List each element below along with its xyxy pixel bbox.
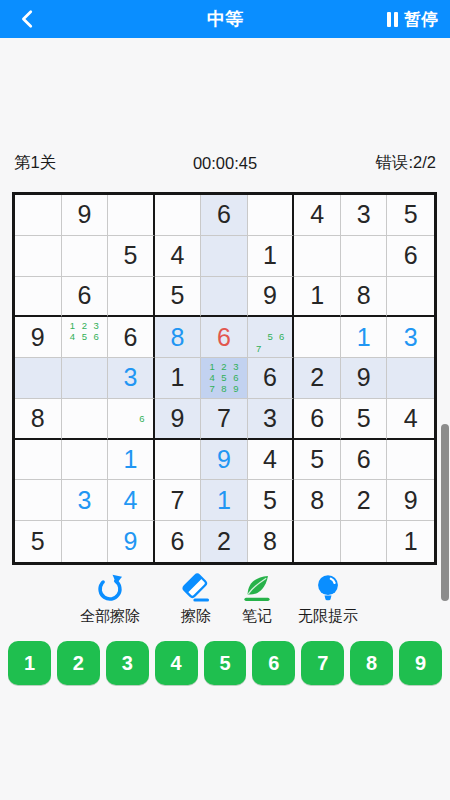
cell-digit: 9 [123, 529, 137, 554]
cell-r1c9[interactable]: 5 [387, 195, 434, 236]
cell-r3c5[interactable] [201, 277, 248, 318]
cell-r6c7[interactable]: 6 [294, 399, 341, 440]
cell-r6c4[interactable]: 9 [155, 399, 202, 440]
eraser-icon [181, 573, 211, 603]
cell-digit: 4 [123, 488, 137, 513]
cell-digit: 1 [310, 283, 324, 308]
cell-r7c4[interactable] [155, 440, 202, 481]
cell-r9c8[interactable] [341, 521, 388, 562]
cell-digit: 1 [263, 243, 277, 268]
cell-r3c8[interactable]: 8 [341, 277, 388, 318]
cell-r7c8[interactable]: 6 [341, 440, 388, 481]
cell-digit: 2 [217, 529, 231, 554]
cell-r4c3[interactable]: 6 [108, 317, 155, 358]
cell-r9c4[interactable]: 6 [155, 521, 202, 562]
cell-digit: 9 [357, 365, 371, 390]
cell-digit: 1 [170, 365, 184, 390]
cell-r7c1[interactable] [15, 440, 62, 481]
cell-digit: 3 [357, 202, 371, 227]
cell-notes: 567 [248, 317, 293, 357]
hint-button[interactable]: 无限提示 [288, 573, 368, 626]
numpad-button-8[interactable]: 8 [350, 641, 393, 685]
cell-r9c7[interactable] [294, 521, 341, 562]
cell-r6c5[interactable]: 7 [201, 399, 248, 440]
sudoku-grid: 9643554166591891234566865671331123456789… [12, 192, 437, 565]
scrollbar-thumb[interactable] [441, 424, 449, 601]
cell-r5c7[interactable]: 2 [294, 358, 341, 399]
cell-r2c9[interactable]: 6 [387, 236, 434, 277]
cell-r3c6[interactable]: 9 [248, 277, 295, 318]
cell-r4c4[interactable]: 8 [155, 317, 202, 358]
cell-digit: 6 [123, 325, 137, 350]
cell-digit: 9 [404, 488, 418, 513]
cell-digit: 7 [170, 488, 184, 513]
cell-r5c1[interactable] [15, 358, 62, 399]
cell-r3c3[interactable] [108, 277, 155, 318]
cell-r8c8[interactable]: 2 [341, 480, 388, 521]
cell-r1c2[interactable]: 9 [62, 195, 109, 236]
numpad-button-6[interactable]: 6 [252, 641, 295, 685]
cell-r5c9[interactable] [387, 358, 434, 399]
cell-r9c5[interactable]: 2 [201, 521, 248, 562]
cell-digit: 9 [77, 202, 91, 227]
cell-r3c2[interactable]: 6 [62, 277, 109, 318]
cell-digit: 3 [123, 365, 137, 390]
numpad-button-4[interactable]: 4 [155, 641, 198, 685]
numpad-button-9[interactable]: 9 [399, 641, 442, 685]
cell-r1c3[interactable] [108, 195, 155, 236]
cell-digit: 2 [357, 488, 371, 513]
cell-digit: 3 [263, 406, 277, 431]
cell-r1c1[interactable] [15, 195, 62, 236]
cell-digit: 3 [404, 325, 418, 350]
cell-digit: 2 [310, 365, 324, 390]
cell-r8c3[interactable]: 4 [108, 480, 155, 521]
pause-icon [387, 12, 398, 27]
cell-notes: 6 [108, 399, 153, 438]
cell-digit: 6 [310, 406, 324, 431]
cell-digit: 7 [217, 406, 231, 431]
cell-digit: 6 [404, 243, 418, 268]
cell-r8c9[interactable]: 9 [387, 480, 434, 521]
hint-bulb-icon [313, 573, 343, 603]
cell-r7c6[interactable]: 4 [248, 440, 295, 481]
cell-r8c7[interactable]: 8 [294, 480, 341, 521]
cell-digit: 6 [77, 283, 91, 308]
cell-r4c7[interactable] [294, 317, 341, 358]
cell-digit: 5 [170, 283, 184, 308]
cell-digit: 9 [217, 447, 231, 472]
cell-r8c2[interactable]: 3 [62, 480, 109, 521]
timer: 00:00:45 [14, 154, 436, 173]
cell-r3c1[interactable] [15, 277, 62, 318]
cell-digit: 5 [404, 202, 418, 227]
cell-r2c7[interactable] [294, 236, 341, 277]
cell-r2c2[interactable] [62, 236, 109, 277]
cell-r7c9[interactable] [387, 440, 434, 481]
cell-digit: 1 [123, 447, 137, 472]
erase-all-label: 全部擦除 [70, 607, 150, 626]
cell-digit: 5 [31, 529, 45, 554]
cell-r6c9[interactable]: 4 [387, 399, 434, 440]
cell-digit: 8 [310, 488, 324, 513]
cell-r4c9[interactable]: 3 [387, 317, 434, 358]
cell-digit: 8 [31, 406, 45, 431]
cell-r4c2[interactable]: 123456 [62, 317, 109, 358]
cell-digit: 5 [123, 243, 137, 268]
cell-digit: 9 [263, 283, 277, 308]
cell-r7c2[interactable] [62, 440, 109, 481]
notes-label: 笔记 [217, 607, 297, 626]
notes-button[interactable]: 笔记 [217, 573, 297, 626]
cell-r1c4[interactable] [155, 195, 202, 236]
cell-r8c5[interactable]: 1 [201, 480, 248, 521]
cell-r9c2[interactable] [62, 521, 109, 562]
cell-digit: 6 [170, 529, 184, 554]
pause-label: 暂停 [404, 8, 438, 31]
cell-notes: 123456789 [201, 358, 247, 398]
numpad-button-2[interactable]: 2 [57, 641, 100, 685]
cell-r4c5[interactable]: 6 [201, 317, 248, 358]
cell-r2c3[interactable]: 5 [108, 236, 155, 277]
cell-digit: 6 [217, 202, 231, 227]
cell-digit: 8 [170, 325, 184, 350]
cell-digit: 1 [404, 529, 418, 554]
cell-r7c7[interactable]: 5 [294, 440, 341, 481]
cell-r2c4[interactable]: 4 [155, 236, 202, 277]
cell-r9c1[interactable]: 5 [15, 521, 62, 562]
cell-digit: 4 [404, 406, 418, 431]
cell-r6c6[interactable]: 3 [248, 399, 295, 440]
cell-r7c3[interactable]: 1 [108, 440, 155, 481]
cell-r5c8[interactable]: 9 [341, 358, 388, 399]
app-bar: 中等 暂停 [0, 0, 450, 38]
cell-digit: 1 [217, 488, 231, 513]
cell-r8c4[interactable]: 7 [155, 480, 202, 521]
numpad-button-1[interactable]: 1 [8, 641, 51, 685]
cell-r5c6[interactable]: 6 [248, 358, 295, 399]
cell-digit: 5 [357, 406, 371, 431]
cell-r5c3[interactable]: 3 [108, 358, 155, 399]
numpad-button-3[interactable]: 3 [106, 641, 149, 685]
cell-digit: 6 [217, 325, 231, 350]
cell-digit: 4 [170, 243, 184, 268]
cell-r8c1[interactable] [15, 480, 62, 521]
cell-r4c6[interactable]: 567 [248, 317, 295, 358]
cell-r4c1[interactable]: 9 [15, 317, 62, 358]
cell-r3c4[interactable]: 5 [155, 277, 202, 318]
cell-r8c6[interactable]: 5 [248, 480, 295, 521]
erase-all-refresh-icon [95, 573, 125, 603]
numpad-button-5[interactable]: 5 [204, 641, 247, 685]
cell-r5c4[interactable]: 1 [155, 358, 202, 399]
hint-label: 无限提示 [288, 607, 368, 626]
cell-r6c1[interactable]: 8 [15, 399, 62, 440]
cell-digit: 9 [170, 406, 184, 431]
cell-r6c3[interactable]: 6 [108, 399, 155, 440]
cell-r2c5[interactable] [201, 236, 248, 277]
cell-digit: 5 [263, 488, 277, 513]
cell-r6c2[interactable] [62, 399, 109, 440]
notes-leaf-icon [242, 573, 272, 603]
cell-digit: 8 [357, 283, 371, 308]
cell-digit: 6 [357, 447, 371, 472]
cell-r3c9[interactable] [387, 277, 434, 318]
cell-r6c8[interactable]: 5 [341, 399, 388, 440]
cell-r1c6[interactable] [248, 195, 295, 236]
cell-digit: 3 [77, 488, 91, 513]
erase-all-button[interactable]: 全部擦除 [70, 573, 150, 626]
cell-r7c5[interactable]: 9 [201, 440, 248, 481]
page-title: 中等 [0, 0, 450, 38]
cell-digit: 6 [263, 365, 277, 390]
cell-r1c7[interactable]: 4 [294, 195, 341, 236]
cell-digit: 5 [310, 447, 324, 472]
cell-r2c8[interactable] [341, 236, 388, 277]
cell-r5c2[interactable] [62, 358, 109, 399]
cell-r1c8[interactable]: 3 [341, 195, 388, 236]
cell-r1c5[interactable]: 6 [201, 195, 248, 236]
cell-r3c7[interactable]: 1 [294, 277, 341, 318]
cell-r2c1[interactable] [15, 236, 62, 277]
numpad-button-7[interactable]: 7 [301, 641, 344, 685]
cell-digit: 4 [310, 202, 324, 227]
cell-r9c3[interactable]: 9 [108, 521, 155, 562]
cell-digit: 1 [357, 325, 371, 350]
cell-notes: 123456 [62, 317, 108, 357]
cell-r2c6[interactable]: 1 [248, 236, 295, 277]
cell-r4c8[interactable]: 1 [341, 317, 388, 358]
cell-digit: 9 [31, 325, 45, 350]
status-row: 第1关 00:00:45 错误:2/2 [14, 150, 436, 176]
cell-digit: 4 [263, 447, 277, 472]
cell-r5c5[interactable]: 123456789 [201, 358, 248, 399]
cell-r9c9[interactable]: 1 [387, 521, 434, 562]
cell-r9c6[interactable]: 8 [248, 521, 295, 562]
numpad: 123456789 [8, 641, 442, 685]
cell-digit: 8 [263, 529, 277, 554]
pause-button[interactable]: 暂停 [387, 0, 438, 38]
